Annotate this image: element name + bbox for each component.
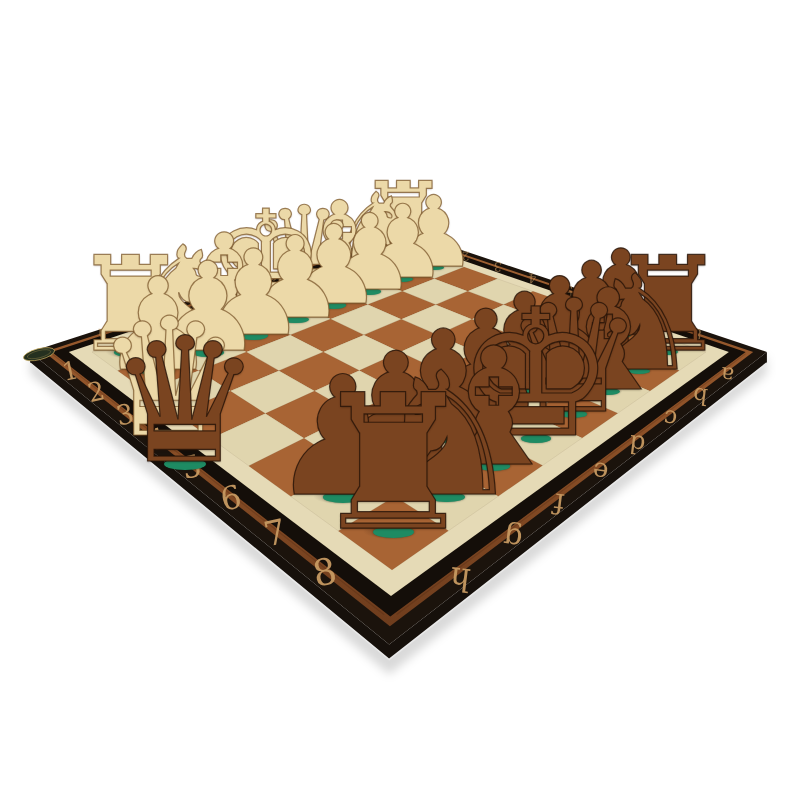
far-rank-label-1: 1 (432, 239, 440, 253)
far-file-label-c: c (305, 259, 313, 274)
far-file-label-h: h (97, 325, 108, 343)
far-rank-label-4: 4 (528, 271, 537, 286)
far-rank-label-3: 3 (493, 259, 502, 274)
far-file-label-a: a (368, 239, 376, 253)
far-rank-label-2: 2 (462, 248, 470, 262)
far-file-label-e: e (231, 283, 240, 299)
far-rank-label-5: 5 (564, 283, 573, 299)
chessboard: 12345678abcdefghabcdefgh12345678 (0, 0, 800, 800)
far-rank-label-8: 8 (692, 325, 703, 343)
far-file-label-d: d (269, 270, 278, 285)
chess-set-photo: 12345678abcdefghabcdefgh12345678 ♜♞♝♛♚♝♞… (0, 0, 800, 800)
far-rank-label-6: 6 (603, 296, 613, 312)
far-rank-label-7: 7 (646, 310, 656, 326)
far-file-label-b: b (337, 248, 346, 262)
far-file-label-g: g (145, 310, 155, 326)
file-label-h: h (448, 560, 473, 598)
